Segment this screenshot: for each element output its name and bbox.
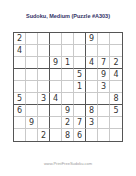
cell-r6c6 bbox=[74, 93, 86, 105]
cell-r4c4 bbox=[50, 69, 62, 81]
cell-r8c3 bbox=[38, 117, 50, 129]
cell-r9c9 bbox=[110, 129, 122, 141]
cell-r8c9 bbox=[110, 117, 122, 129]
cell-r7c4 bbox=[50, 105, 62, 117]
cell-r6c8 bbox=[98, 93, 110, 105]
cell-r2c8 bbox=[98, 45, 110, 57]
cell-r1c2 bbox=[26, 33, 38, 45]
cell-r3c7: 4 bbox=[86, 57, 98, 69]
cell-r3c1 bbox=[14, 57, 26, 69]
cell-r7c2 bbox=[26, 105, 38, 117]
cell-r1c6 bbox=[74, 33, 86, 45]
cell-r7c9: 5 bbox=[110, 105, 122, 117]
cell-r2c4 bbox=[50, 45, 62, 57]
cell-r9c6: 6 bbox=[74, 129, 86, 141]
cell-r6c1: 5 bbox=[14, 93, 26, 105]
cell-r3c2 bbox=[26, 57, 38, 69]
cell-r6c4: 4 bbox=[50, 93, 62, 105]
cell-r1c3 bbox=[38, 33, 50, 45]
cell-r4c9: 4 bbox=[110, 69, 122, 81]
cell-r6c9: 8 bbox=[110, 93, 122, 105]
cell-r7c5: 9 bbox=[62, 105, 74, 117]
cell-r8c7: 3 bbox=[86, 117, 98, 129]
cell-r9c3: 2 bbox=[38, 129, 50, 141]
puzzle-title: Sudoku, Medium (Puzzle #A303) bbox=[0, 13, 136, 19]
cell-r3c5: 1 bbox=[62, 57, 74, 69]
cell-r5c5 bbox=[62, 81, 74, 93]
cell-r5c4 bbox=[50, 81, 62, 93]
cell-r8c4 bbox=[50, 117, 62, 129]
cell-r2c2 bbox=[26, 45, 38, 57]
cell-r3c3 bbox=[38, 57, 50, 69]
cell-r5c3 bbox=[38, 81, 50, 93]
cell-r1c4 bbox=[50, 33, 62, 45]
cell-r8c8 bbox=[98, 117, 110, 129]
cell-r1c8 bbox=[98, 33, 110, 45]
cell-r7c6 bbox=[74, 105, 86, 117]
cell-r2c6 bbox=[74, 45, 86, 57]
cell-r7c7: 8 bbox=[86, 105, 98, 117]
cell-r4c2 bbox=[26, 69, 38, 81]
cell-r3c9: 2 bbox=[110, 57, 122, 69]
cell-r9c1 bbox=[14, 129, 26, 141]
cell-r5c1 bbox=[14, 81, 26, 93]
cell-r6c7 bbox=[86, 93, 98, 105]
cell-r2c5 bbox=[62, 45, 74, 57]
cell-r6c2 bbox=[26, 93, 38, 105]
cell-r8c1 bbox=[14, 117, 26, 129]
footer-url: www.PrintFreeSudoku.com bbox=[0, 161, 136, 166]
cell-r8c6: 7 bbox=[74, 117, 86, 129]
cell-r2c7 bbox=[86, 45, 98, 57]
cell-r4c5 bbox=[62, 69, 74, 81]
cell-r5c7 bbox=[86, 81, 98, 93]
cell-r9c5: 8 bbox=[62, 129, 74, 141]
cell-r4c1 bbox=[14, 69, 26, 81]
cell-r7c8 bbox=[98, 105, 110, 117]
sudoku-sheet: Sudoku, Medium (Puzzle #A303) 2949147259… bbox=[0, 0, 136, 176]
cell-r4c8: 9 bbox=[98, 69, 110, 81]
cell-r2c9 bbox=[110, 45, 122, 57]
cell-r6c3: 3 bbox=[38, 93, 50, 105]
cell-r9c7 bbox=[86, 129, 98, 141]
cell-r4c3 bbox=[38, 69, 50, 81]
cell-r9c4 bbox=[50, 129, 62, 141]
cell-r5c2 bbox=[26, 81, 38, 93]
cell-r5c6: 1 bbox=[74, 81, 86, 93]
cell-r5c8: 3 bbox=[98, 81, 110, 93]
cell-r8c5: 2 bbox=[62, 117, 74, 129]
cell-r4c6: 5 bbox=[74, 69, 86, 81]
cell-r2c1: 4 bbox=[14, 45, 26, 57]
cell-r3c6 bbox=[74, 57, 86, 69]
cell-r8c2: 9 bbox=[26, 117, 38, 129]
cell-r3c8: 7 bbox=[98, 57, 110, 69]
cell-r7c1: 6 bbox=[14, 105, 26, 117]
cell-r1c9 bbox=[110, 33, 122, 45]
cell-r2c3 bbox=[38, 45, 50, 57]
cell-r4c7 bbox=[86, 69, 98, 81]
cell-r9c8 bbox=[98, 129, 110, 141]
cell-r1c5 bbox=[62, 33, 74, 45]
cell-r9c2 bbox=[26, 129, 38, 141]
cell-r7c3 bbox=[38, 105, 50, 117]
cell-r3c4: 9 bbox=[50, 57, 62, 69]
cell-r1c7: 9 bbox=[86, 33, 98, 45]
sudoku-board: 2949147259413534869859273286 bbox=[13, 32, 123, 142]
cell-r5c9 bbox=[110, 81, 122, 93]
cell-r6c5 bbox=[62, 93, 74, 105]
cell-r1c1: 2 bbox=[14, 33, 26, 45]
